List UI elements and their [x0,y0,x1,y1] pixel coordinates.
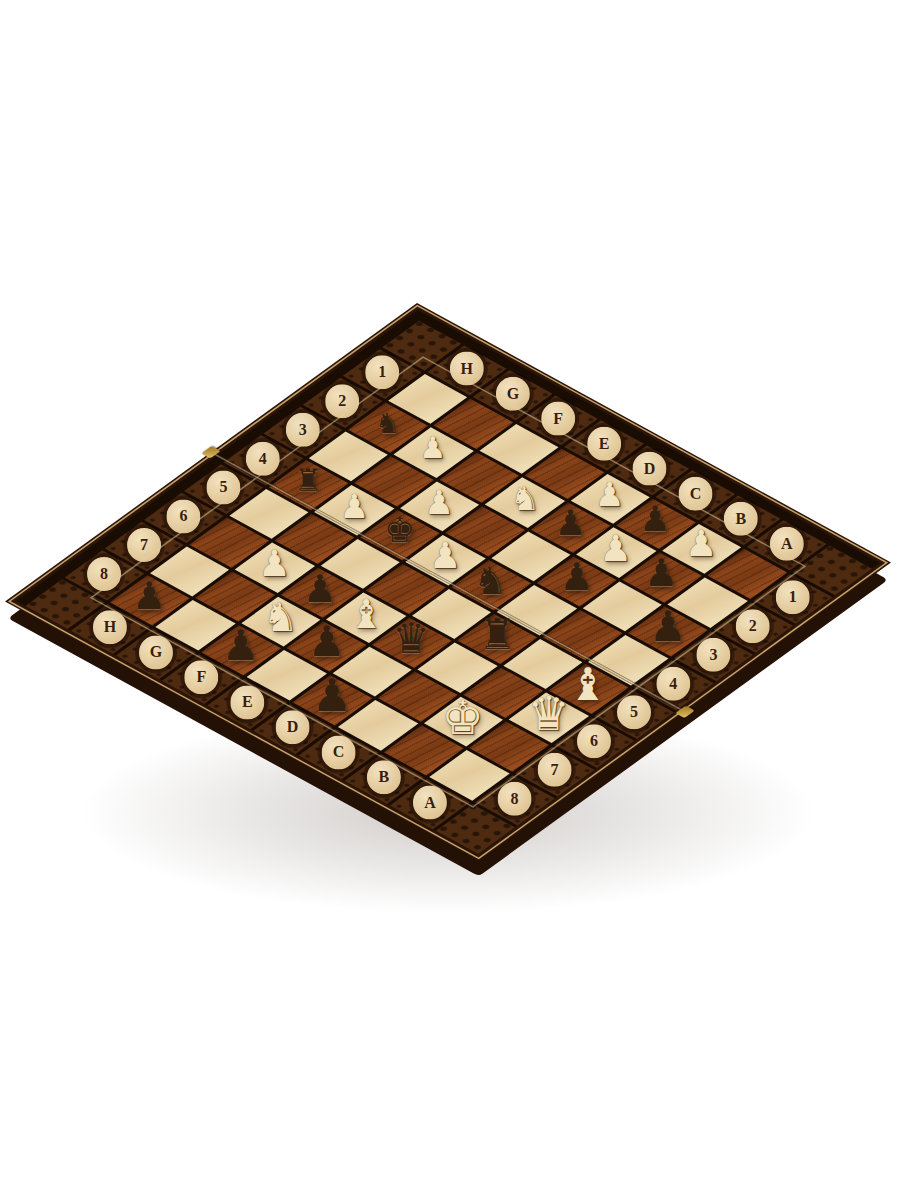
rank-label-medallion: 3 [284,411,322,449]
rank-label-medallion: 3 [694,636,732,674]
file-label-medallion: C [319,733,357,771]
black-rook-icon: ♜ [478,614,516,656]
black-king-icon: ♚ [384,514,415,549]
black-knight-icon: ♞ [474,562,508,600]
file-label-medallion: B [365,758,403,796]
black-pawn-icon: ♟ [132,577,166,615]
file-label-medallion: E [228,683,266,721]
rank-label-medallion: 6 [165,497,203,535]
file-label-medallion: C [676,475,714,513]
file-label-medallion: F [182,658,220,696]
rank-label-medallion: 1 [774,578,812,616]
rank-label-medallion: 1 [363,353,401,391]
white-pawn-icon: ♟ [420,433,447,463]
file-label-medallion: D [274,708,312,746]
black-queen-icon: ♛ [393,618,431,660]
black-pawn-icon: ♟ [312,674,352,719]
white-pawn-icon: ♟ [258,546,290,582]
black-pawn-icon: ♟ [307,621,345,663]
file-label-medallion: E [585,425,623,463]
rank-label-medallion: 2 [323,382,361,420]
white-pawn-icon: ♟ [339,489,369,522]
white-pawn-icon: ♟ [600,530,632,566]
black-pawn-icon: ♟ [644,554,678,592]
white-knight-icon: ♞ [262,597,298,637]
file-label-medallion: H [91,608,129,646]
file-label-medallion: B [722,500,760,538]
white-king-icon: ♚ [442,694,484,741]
black-pawn-icon: ♟ [554,506,585,541]
white-bishop-icon: ♝ [348,594,384,634]
file-label-medallion: D [631,450,669,488]
rank-label-medallion: 5 [615,693,653,731]
white-pawn-icon: ♟ [685,527,717,563]
white-pawn-icon: ♟ [424,486,454,519]
white-knight-icon: ♞ [510,482,540,515]
black-pawn-icon: ♟ [640,502,671,537]
black-pawn-icon: ♟ [303,570,337,608]
white-pawn-icon: ♟ [429,538,461,574]
black-pawn-icon: ♟ [559,558,593,596]
rank-label-medallion: 7 [535,751,573,789]
rank-label-medallion: 2 [734,607,772,645]
black-pawn-icon: ♟ [649,606,687,648]
file-label-medallion: F [539,400,577,438]
rank-label-medallion: 8 [496,780,534,818]
rank-label-medallion: 8 [85,555,123,593]
black-rook-icon: ♜ [294,465,322,496]
file-label-medallion: G [494,375,532,413]
white-pawn-icon: ♟ [595,478,625,511]
file-label-medallion: A [411,783,449,821]
rank-label-medallion: 5 [204,469,242,507]
white-bishop-icon: ♝ [568,662,608,707]
rank-label-medallion: 6 [575,722,613,760]
rank-label-medallion: 7 [125,526,163,564]
file-label-medallion: H [448,350,486,388]
file-label-medallion: A [768,525,806,563]
product-photo-page: ABCDEFGH8♟♟♟87♚♟♞76♛♛♝♟♟65♝♜54♞♟♚♟♜43♟♟♟… [0,0,900,1200]
black-pawn-icon: ♟ [222,625,260,667]
file-label-medallion: G [137,633,175,671]
black-knight-icon: ♞ [375,409,400,437]
